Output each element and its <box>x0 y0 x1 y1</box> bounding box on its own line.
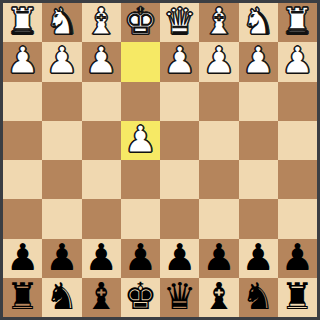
white-knight: ♞ <box>45 3 78 40</box>
white-bishop: ♝ <box>202 3 235 40</box>
square-f3[interactable] <box>82 82 121 121</box>
board-grid: ♜♞♝♚♛♝♞♜♟♟♟♟♟♟♟♟♟♟♟♟♟♟♟♟♜♞♝♚♛♝♞♜ <box>3 3 317 317</box>
square-c6[interactable] <box>199 199 238 238</box>
square-c1[interactable]: ♝ <box>199 3 238 42</box>
square-a6[interactable] <box>278 199 317 238</box>
square-c7[interactable]: ♟ <box>199 239 238 278</box>
black-queen: ♛ <box>163 278 196 315</box>
square-h6[interactable] <box>3 199 42 238</box>
square-d6[interactable] <box>160 199 199 238</box>
square-c4[interactable] <box>199 121 238 160</box>
square-e4[interactable]: ♟ <box>121 121 160 160</box>
square-d2[interactable]: ♟ <box>160 42 199 81</box>
white-king: ♚ <box>124 3 157 40</box>
square-g7[interactable]: ♟ <box>42 239 81 278</box>
white-rook: ♜ <box>6 3 39 40</box>
square-c5[interactable] <box>199 160 238 199</box>
black-bishop: ♝ <box>202 278 235 315</box>
square-h3[interactable] <box>3 82 42 121</box>
square-h4[interactable] <box>3 121 42 160</box>
square-f5[interactable] <box>82 160 121 199</box>
black-king: ♚ <box>124 278 157 315</box>
square-a7[interactable]: ♟ <box>278 239 317 278</box>
square-f4[interactable] <box>82 121 121 160</box>
square-b5[interactable] <box>239 160 278 199</box>
white-pawn: ♟ <box>202 42 235 79</box>
white-knight: ♞ <box>242 3 275 40</box>
white-pawn: ♟ <box>124 121 157 158</box>
white-pawn: ♟ <box>163 42 196 79</box>
square-e7[interactable]: ♟ <box>121 239 160 278</box>
black-pawn: ♟ <box>281 239 314 276</box>
black-knight: ♞ <box>45 278 78 315</box>
square-h7[interactable]: ♟ <box>3 239 42 278</box>
square-b1[interactable]: ♞ <box>239 3 278 42</box>
black-pawn: ♟ <box>202 239 235 276</box>
square-g2[interactable]: ♟ <box>42 42 81 81</box>
black-pawn: ♟ <box>85 239 118 276</box>
black-rook: ♜ <box>6 278 39 315</box>
square-h2[interactable]: ♟ <box>3 42 42 81</box>
white-pawn: ♟ <box>45 42 78 79</box>
square-b4[interactable] <box>239 121 278 160</box>
square-e3[interactable] <box>121 82 160 121</box>
square-g3[interactable] <box>42 82 81 121</box>
square-d1[interactable]: ♛ <box>160 3 199 42</box>
square-g6[interactable] <box>42 199 81 238</box>
white-pawn: ♟ <box>6 42 39 79</box>
black-rook: ♜ <box>281 278 314 315</box>
square-a5[interactable] <box>278 160 317 199</box>
black-pawn: ♟ <box>242 239 275 276</box>
square-b8[interactable]: ♞ <box>239 278 278 317</box>
white-pawn: ♟ <box>242 42 275 79</box>
square-a3[interactable] <box>278 82 317 121</box>
white-pawn: ♟ <box>281 42 314 79</box>
square-g1[interactable]: ♞ <box>42 3 81 42</box>
square-g5[interactable] <box>42 160 81 199</box>
black-pawn: ♟ <box>163 239 196 276</box>
black-pawn: ♟ <box>124 239 157 276</box>
square-e2[interactable] <box>121 42 160 81</box>
white-rook: ♜ <box>281 3 314 40</box>
square-h5[interactable] <box>3 160 42 199</box>
square-f7[interactable]: ♟ <box>82 239 121 278</box>
square-e1[interactable]: ♚ <box>121 3 160 42</box>
square-f1[interactable]: ♝ <box>82 3 121 42</box>
square-c2[interactable]: ♟ <box>199 42 238 81</box>
square-f8[interactable]: ♝ <box>82 278 121 317</box>
chess-board: ♜♞♝♚♛♝♞♜♟♟♟♟♟♟♟♟♟♟♟♟♟♟♟♟♜♞♝♚♛♝♞♜ <box>0 0 320 320</box>
square-a2[interactable]: ♟ <box>278 42 317 81</box>
white-bishop: ♝ <box>85 3 118 40</box>
square-d4[interactable] <box>160 121 199 160</box>
square-f6[interactable] <box>82 199 121 238</box>
black-pawn: ♟ <box>6 239 39 276</box>
square-c3[interactable] <box>199 82 238 121</box>
black-pawn: ♟ <box>45 239 78 276</box>
white-queen: ♛ <box>163 3 196 40</box>
square-a8[interactable]: ♜ <box>278 278 317 317</box>
square-a1[interactable]: ♜ <box>278 3 317 42</box>
square-b2[interactable]: ♟ <box>239 42 278 81</box>
square-e5[interactable] <box>121 160 160 199</box>
square-d8[interactable]: ♛ <box>160 278 199 317</box>
black-bishop: ♝ <box>85 278 118 315</box>
square-h1[interactable]: ♜ <box>3 3 42 42</box>
square-g8[interactable]: ♞ <box>42 278 81 317</box>
square-b3[interactable] <box>239 82 278 121</box>
square-b6[interactable] <box>239 199 278 238</box>
square-f2[interactable]: ♟ <box>82 42 121 81</box>
square-h8[interactable]: ♜ <box>3 278 42 317</box>
black-knight: ♞ <box>242 278 275 315</box>
white-pawn: ♟ <box>85 42 118 79</box>
square-b7[interactable]: ♟ <box>239 239 278 278</box>
square-e6[interactable] <box>121 199 160 238</box>
square-c8[interactable]: ♝ <box>199 278 238 317</box>
square-g4[interactable] <box>42 121 81 160</box>
square-e8[interactable]: ♚ <box>121 278 160 317</box>
square-a4[interactable] <box>278 121 317 160</box>
square-d5[interactable] <box>160 160 199 199</box>
square-d3[interactable] <box>160 82 199 121</box>
square-d7[interactable]: ♟ <box>160 239 199 278</box>
